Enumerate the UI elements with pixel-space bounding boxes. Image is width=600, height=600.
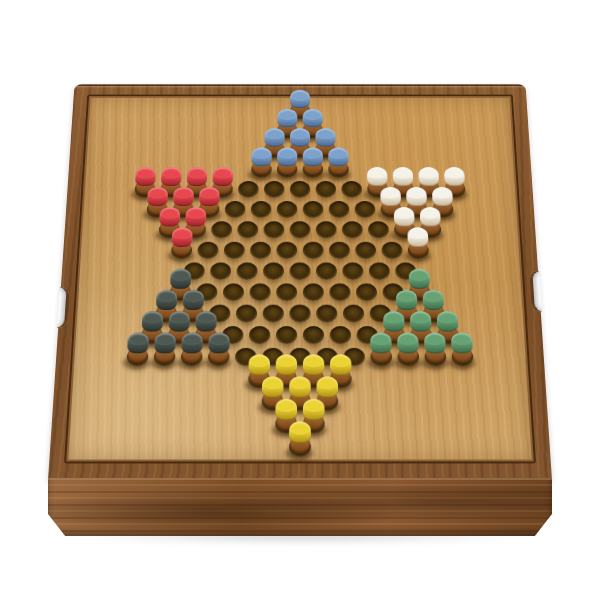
hole[interactable] — [236, 305, 257, 323]
hole[interactable] — [264, 181, 284, 198]
hole[interactable] — [264, 221, 285, 238]
peg-colored-cap — [154, 332, 176, 353]
hole[interactable] — [224, 242, 245, 259]
peg-colored-cap — [212, 167, 233, 186]
hole[interactable] — [316, 181, 336, 198]
peg-colored-cap — [424, 332, 446, 353]
hole[interactable] — [316, 305, 337, 323]
peg-colored-cap — [264, 128, 284, 147]
hole[interactable] — [197, 242, 218, 259]
hole[interactable] — [329, 242, 350, 259]
peg-colored-cap — [328, 147, 348, 166]
peg-colored-cap — [407, 227, 428, 247]
hole[interactable] — [341, 181, 362, 198]
hole[interactable] — [277, 201, 297, 218]
peg-colored-cap — [317, 376, 339, 397]
hole[interactable] — [290, 262, 311, 279]
board-surface — [68, 98, 531, 460]
board-top-face — [48, 84, 552, 480]
hole[interactable] — [276, 326, 297, 344]
peg-colored-cap — [195, 311, 217, 332]
peg-colored-cap — [289, 376, 311, 397]
peg-colored-cap — [262, 376, 284, 397]
peg-colored-cap — [276, 354, 297, 375]
peg-colored-cap — [380, 187, 401, 206]
hole[interactable] — [289, 305, 310, 323]
hole[interactable] — [355, 201, 376, 218]
peg-colored-cap — [159, 207, 180, 226]
peg-colored-cap — [367, 167, 388, 186]
peg-colored-cap — [199, 187, 220, 206]
hole[interactable] — [369, 262, 390, 279]
peg-colored-cap — [275, 399, 297, 421]
peg-colored-cap — [409, 269, 430, 289]
peg-colored-cap — [437, 311, 459, 332]
box-front-face — [48, 478, 552, 536]
peg-colored-cap — [135, 167, 156, 186]
hole[interactable] — [276, 242, 297, 259]
peg-colored-cap — [181, 332, 203, 353]
hole[interactable] — [237, 262, 258, 279]
peg-colored-cap — [383, 311, 405, 332]
peg-colored-cap — [127, 332, 149, 353]
surface-groove-frame — [64, 95, 536, 464]
hole[interactable] — [303, 283, 324, 301]
hole[interactable] — [223, 283, 244, 301]
hole[interactable] — [381, 242, 402, 259]
peg-colored-cap — [393, 167, 414, 186]
hole[interactable] — [329, 201, 350, 218]
hole[interactable] — [316, 221, 337, 238]
peg-colored-cap — [303, 109, 323, 127]
hole[interactable] — [356, 283, 377, 301]
hole[interactable] — [250, 283, 271, 301]
peg-colored-cap — [303, 147, 323, 166]
peg-colored-cap — [208, 332, 230, 353]
peg-colored-cap — [277, 147, 297, 166]
peg-colored-cap — [370, 332, 392, 353]
peg-colored-cap — [251, 147, 271, 166]
hole[interactable] — [290, 221, 311, 238]
peg-colored-cap — [156, 290, 178, 310]
peg-colored-cap — [290, 90, 310, 108]
peg-colored-cap — [187, 167, 208, 186]
peg-colored-cap — [315, 128, 335, 147]
hole[interactable] — [330, 326, 351, 344]
peg-colored-cap — [248, 354, 270, 375]
hole[interactable] — [225, 201, 246, 218]
peg-colored-cap — [330, 354, 352, 375]
peg-colored-cap — [171, 227, 192, 247]
peg-colored-cap — [397, 332, 419, 353]
peg-colored-cap — [303, 399, 325, 421]
hole[interactable] — [342, 262, 363, 279]
peg-colored-cap — [161, 167, 182, 186]
left-finger-notch — [57, 287, 69, 328]
hole[interactable] — [303, 326, 324, 344]
peg-colored-cap — [432, 187, 453, 206]
hole[interactable] — [211, 221, 232, 238]
peg-colored-cap — [185, 207, 206, 226]
peg-colored-cap — [303, 354, 324, 375]
right-finger-notch — [530, 271, 542, 312]
peg-colored-cap — [168, 311, 190, 332]
hole[interactable] — [251, 201, 272, 218]
hole[interactable] — [249, 326, 270, 344]
photo-background — [0, 0, 600, 600]
hole[interactable] — [343, 305, 364, 323]
peg-colored-cap — [422, 290, 444, 310]
peg-colored-cap — [396, 290, 418, 310]
chinese-checkers-box — [48, 28, 552, 536]
hole[interactable] — [263, 305, 284, 323]
hole[interactable] — [237, 221, 258, 238]
hole[interactable] — [303, 201, 323, 218]
peg-colored-cap — [290, 128, 310, 147]
peg-colored-cap — [406, 187, 427, 206]
peg-colored-cap — [277, 109, 297, 127]
hole[interactable] — [276, 283, 297, 301]
hole[interactable] — [263, 262, 284, 279]
peg-colored-cap — [183, 290, 205, 310]
hole[interactable] — [316, 262, 337, 279]
hole[interactable] — [303, 242, 324, 259]
hole[interactable] — [210, 262, 231, 279]
hole[interactable] — [355, 242, 376, 259]
hole[interactable] — [238, 181, 259, 198]
peg-colored-cap — [410, 311, 432, 332]
peg-colored-cap — [289, 421, 311, 443]
peg-colored-cap — [173, 187, 194, 206]
hole[interactable] — [342, 221, 363, 238]
hole[interactable] — [368, 221, 389, 238]
peg-colored-cap — [142, 311, 164, 332]
peg-colored-cap — [451, 332, 473, 353]
hole[interactable] — [329, 283, 350, 301]
peg-colored-cap — [147, 187, 168, 206]
peg-colored-cap — [170, 269, 191, 289]
hole[interactable] — [290, 181, 310, 198]
peg-colored-cap — [418, 167, 439, 186]
peg-colored-cap — [394, 207, 415, 226]
peg-colored-cap — [420, 207, 441, 226]
hole[interactable] — [250, 242, 271, 259]
peg-colored-cap — [444, 167, 465, 186]
